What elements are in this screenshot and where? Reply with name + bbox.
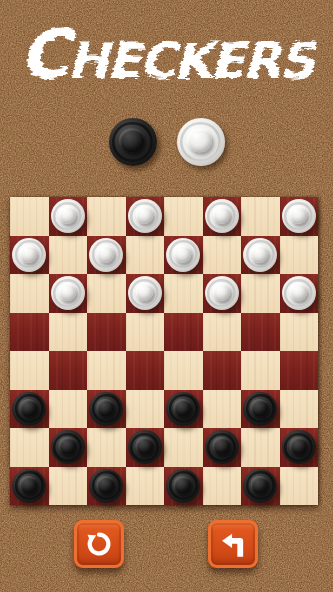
turn-indicator-row — [0, 118, 333, 166]
board-square-h5 — [280, 313, 319, 352]
board-square-b8[interactable] — [49, 197, 88, 236]
board-square-a4 — [10, 351, 49, 390]
board-square-d4[interactable] — [126, 351, 165, 390]
checker-black[interactable] — [12, 469, 46, 503]
checker-white[interactable] — [243, 238, 277, 272]
board-square-a5[interactable] — [10, 313, 49, 352]
board-square-h8[interactable] — [280, 197, 319, 236]
turn-indicator-black-piece — [109, 118, 157, 166]
board-square-c4 — [87, 351, 126, 390]
board-square-f2[interactable] — [203, 428, 242, 467]
board-square-d7 — [126, 236, 165, 275]
board-square-f3 — [203, 390, 242, 429]
board-square-e2 — [164, 428, 203, 467]
board-square-b1 — [49, 467, 88, 506]
board-square-c7[interactable] — [87, 236, 126, 275]
board-square-c1[interactable] — [87, 467, 126, 506]
board-square-h4[interactable] — [280, 351, 319, 390]
board-square-a1[interactable] — [10, 467, 49, 506]
checker-black[interactable] — [205, 430, 239, 464]
board-square-e7[interactable] — [164, 236, 203, 275]
checker-white[interactable] — [205, 276, 239, 310]
board-square-g8 — [241, 197, 280, 236]
board-square-g4 — [241, 351, 280, 390]
checker-white[interactable] — [205, 199, 239, 233]
board-square-f4[interactable] — [203, 351, 242, 390]
board-square-e5[interactable] — [164, 313, 203, 352]
board-square-e6 — [164, 274, 203, 313]
board-square-d6[interactable] — [126, 274, 165, 313]
board-square-b7 — [49, 236, 88, 275]
board-square-e4 — [164, 351, 203, 390]
board-square-b5 — [49, 313, 88, 352]
board-square-d3 — [126, 390, 165, 429]
board-square-e1[interactable] — [164, 467, 203, 506]
board-square-c2 — [87, 428, 126, 467]
board-square-h2[interactable] — [280, 428, 319, 467]
board-square-a3[interactable] — [10, 390, 49, 429]
checker-black[interactable] — [51, 430, 85, 464]
board-square-a6 — [10, 274, 49, 313]
board-square-g3[interactable] — [241, 390, 280, 429]
checker-black[interactable] — [166, 392, 200, 426]
checkers-board — [10, 197, 318, 505]
board-square-g1[interactable] — [241, 467, 280, 506]
board-square-h6[interactable] — [280, 274, 319, 313]
board-square-h1 — [280, 467, 319, 506]
checker-white[interactable] — [51, 276, 85, 310]
board-square-h7 — [280, 236, 319, 275]
turn-indicator-white-piece — [177, 118, 225, 166]
restart-circular-arrow-icon — [85, 530, 113, 558]
board-square-g6 — [241, 274, 280, 313]
checker-white[interactable] — [282, 276, 316, 310]
checker-white[interactable] — [128, 276, 162, 310]
checker-black[interactable] — [243, 392, 277, 426]
board-square-f8[interactable] — [203, 197, 242, 236]
board-square-f1 — [203, 467, 242, 506]
board-square-b3 — [49, 390, 88, 429]
board-square-d8[interactable] — [126, 197, 165, 236]
board-square-e3[interactable] — [164, 390, 203, 429]
undo-button[interactable] — [208, 520, 258, 568]
board-square-b4[interactable] — [49, 351, 88, 390]
board-square-a7[interactable] — [10, 236, 49, 275]
board-square-f5 — [203, 313, 242, 352]
board-square-g7[interactable] — [241, 236, 280, 275]
checker-white[interactable] — [166, 238, 200, 272]
app-title: CHECKERS — [0, 10, 333, 96]
checker-black[interactable] — [166, 469, 200, 503]
checker-white[interactable] — [128, 199, 162, 233]
board-square-c8 — [87, 197, 126, 236]
board-square-f6[interactable] — [203, 274, 242, 313]
board-square-d1 — [126, 467, 165, 506]
board-square-d5 — [126, 313, 165, 352]
board-square-h3 — [280, 390, 319, 429]
board-square-c3[interactable] — [87, 390, 126, 429]
board-square-b6[interactable] — [49, 274, 88, 313]
checker-white[interactable] — [12, 238, 46, 272]
board-square-a8 — [10, 197, 49, 236]
board-square-e8 — [164, 197, 203, 236]
checker-white[interactable] — [282, 199, 316, 233]
board-square-d2[interactable] — [126, 428, 165, 467]
checker-white[interactable] — [89, 238, 123, 272]
checker-black[interactable] — [282, 430, 316, 464]
board-square-g5[interactable] — [241, 313, 280, 352]
checker-black[interactable] — [89, 469, 123, 503]
board-square-c6 — [87, 274, 126, 313]
board-square-f7 — [203, 236, 242, 275]
restart-button[interactable] — [74, 520, 124, 568]
board-square-b2[interactable] — [49, 428, 88, 467]
title-rest-letters: HECKERS — [67, 32, 318, 90]
checker-white[interactable] — [51, 199, 85, 233]
checker-black[interactable] — [89, 392, 123, 426]
board-square-g2 — [241, 428, 280, 467]
checkers-app: CHECKERS — [0, 0, 333, 592]
checker-black[interactable] — [128, 430, 162, 464]
undo-arrow-icon — [219, 530, 247, 558]
title-text: CHECKERS — [19, 15, 318, 94]
checker-black[interactable] — [243, 469, 277, 503]
board-square-a2 — [10, 428, 49, 467]
board-square-c5[interactable] — [87, 313, 126, 352]
checker-black[interactable] — [12, 392, 46, 426]
